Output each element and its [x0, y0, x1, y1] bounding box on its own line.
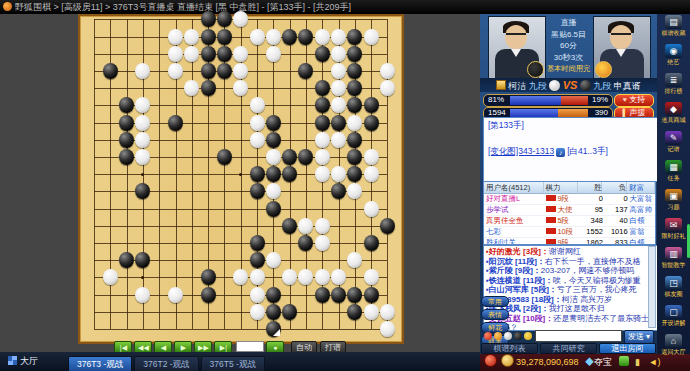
black-stone	[266, 201, 281, 217]
chat-message: ▪阳沉纹 [11段]：右下长一手，直接伸不及格	[486, 257, 657, 267]
chat-user[interactable]: ▪白山河军库 [5段]：	[486, 285, 557, 294]
white-stone	[250, 287, 265, 303]
white-stone	[184, 29, 199, 45]
user-wins: 1552	[578, 227, 603, 237]
black-stone	[347, 80, 362, 96]
white-stone	[266, 46, 281, 62]
lecture-icon: ▢	[665, 305, 682, 319]
white-stone	[250, 29, 265, 45]
sidebar-item-限时好礼[interactable]: ✉限时好礼	[657, 218, 690, 246]
black-stone	[201, 80, 216, 96]
black-stone	[298, 149, 313, 165]
red-pouch-icon[interactable]	[484, 354, 497, 367]
broadcast-label: 直播	[544, 17, 593, 29]
user-name: 七彩	[484, 227, 544, 237]
flag-icon	[546, 206, 556, 212]
white-stone	[315, 166, 330, 182]
black-stone	[364, 97, 379, 113]
sidebar-item-开设讲解[interactable]: ▢开设讲解	[657, 305, 690, 333]
black-player-rank: 九段	[593, 81, 611, 91]
white-stone	[135, 287, 150, 303]
white-stone	[184, 46, 199, 62]
white-stone	[135, 115, 150, 131]
black-stone	[347, 63, 362, 79]
black-stone	[331, 287, 346, 303]
white-stone	[364, 201, 379, 217]
black-stone	[217, 29, 232, 45]
white-stone	[380, 63, 395, 79]
recharge-icon[interactable]	[619, 356, 629, 366]
black-stone	[298, 235, 313, 251]
user-list-header[interactable]: 用户名(4512)棋力胜负财富	[484, 182, 655, 194]
last-move-marker	[273, 329, 280, 336]
user-list-header-2[interactable]: 胜	[578, 182, 603, 193]
chat-input-row: 发送 ▾	[483, 330, 654, 342]
white-player-rank: 九段	[529, 81, 547, 91]
white-stone	[168, 46, 183, 62]
club-badge-icon	[527, 61, 544, 78]
white-stone	[380, 80, 395, 96]
hall-grid-icon	[8, 356, 17, 365]
white-stone	[347, 115, 362, 131]
taskbar-tab-376T2 -观战[interactable]: 376T2 -观战	[134, 356, 198, 371]
black-stone	[201, 46, 216, 62]
grid-line	[94, 312, 387, 313]
black-stone	[266, 321, 281, 337]
white-stone	[315, 29, 330, 45]
black-stone	[298, 63, 313, 79]
white-stone	[331, 29, 346, 45]
star-point	[141, 276, 144, 279]
user-rank: 5段	[544, 216, 578, 226]
black-stone	[217, 149, 232, 165]
sidebar-item-棋谱收藏[interactable]: ▤棋谱收藏	[657, 15, 690, 43]
gem-icon[interactable]: ◆	[585, 357, 594, 367]
black-stone	[201, 269, 216, 285]
black-stone	[266, 132, 281, 148]
white-stone	[364, 29, 379, 45]
shop-icon: ◆	[665, 102, 682, 116]
flag-icon	[546, 228, 556, 234]
black-support-percent: 19%	[592, 95, 608, 105]
chat-message: ▪p53189583 [18段]：柯洁 高兴万岁	[486, 295, 657, 305]
white-stone	[331, 132, 346, 148]
user-name: 胜利过关	[484, 238, 544, 245]
white-stone	[347, 252, 362, 268]
send-button[interactable]: 发送 ▾	[624, 330, 654, 344]
go-board[interactable]	[78, 14, 404, 344]
chat-text-input[interactable]	[535, 330, 622, 342]
white-stone	[282, 269, 297, 285]
sound-icon[interactable]: ♪	[556, 148, 565, 157]
duobao-button[interactable]: 夺宝	[594, 357, 612, 367]
chat-message: ▪白山河军库 [5段]：亏了三百万，我心疼死	[486, 285, 657, 295]
redpacket-icon[interactable]	[484, 332, 492, 340]
chat-box[interactable]: ▪好的激光 [3段]：谢谢网红▪阳沉纹 [11段]：右下长一手，直接伸不及格▪紫…	[483, 245, 660, 331]
black-stone	[364, 115, 379, 131]
black-stone	[266, 115, 281, 131]
panel-tab-共同研究[interactable]: 共同研究	[540, 343, 597, 354]
user-list-header-4[interactable]: 财富	[627, 182, 655, 193]
sidebar-item-返回大厅[interactable]: ⌂返回大厅	[657, 334, 690, 362]
panel-tab-棋谱列表[interactable]: 棋谱列表	[481, 343, 538, 354]
sidebar-item-绝艺[interactable]: ◉绝艺	[657, 44, 690, 72]
heart-icon: ♥	[623, 96, 627, 103]
black-stone	[315, 115, 330, 131]
gold-amount: 39,278,090,698	[516, 357, 579, 367]
sidebar-label: 道具商城	[658, 116, 688, 122]
user-row[interactable]: 好对直播L9段00大富翁	[484, 194, 655, 205]
ranking-icon: ≣	[665, 73, 682, 87]
black-stone	[282, 218, 297, 234]
black-stone	[250, 252, 265, 268]
black-stone	[201, 287, 216, 303]
panel-tab-退出房间[interactable]: 退出房间	[599, 343, 656, 354]
fox-logo-icon	[3, 2, 12, 11]
time-status-label: 基本时间用完	[546, 64, 590, 74]
sidebar-item-棋友圈[interactable]: ◳棋友圈	[657, 276, 690, 304]
black-stone	[119, 97, 134, 113]
black-stone	[103, 63, 118, 79]
black-stone	[315, 97, 330, 113]
players-name-bar: 柯洁 九段VS九段 申真谞	[480, 78, 657, 92]
sidebar-label: 返回大厅	[658, 348, 688, 354]
match-info: 直播 黑贴6.5目 60分 30秒3次 基本时间用完	[544, 17, 593, 77]
title-bar: 野狐围棋 > [高级房11] > 376T3号直播桌 直播结束 [黑 中盘胜] …	[0, 0, 690, 14]
user-rank: 9段	[544, 194, 578, 204]
variation-link[interactable]: [变化图]343-1313	[488, 146, 554, 156]
taskbar-tab-376T3 -观战[interactable]: 376T3 -观战	[68, 356, 132, 371]
puzzle-icon: ▣	[665, 189, 682, 203]
white-stone	[135, 97, 150, 113]
white-stone	[315, 218, 330, 234]
white-stone	[331, 166, 346, 182]
chat-message: ▪受惊五赵 [10段]：还是黄明洁去不了最东骑士战了吗？	[486, 314, 657, 332]
sidebar-label: 记谱	[658, 145, 688, 151]
black-stone	[380, 218, 395, 234]
user-list-header-1[interactable]: 棋力	[544, 182, 578, 193]
black-stone	[282, 149, 297, 165]
white-stone	[266, 183, 281, 199]
white-stone-icon	[549, 80, 560, 91]
white-stone	[331, 46, 346, 62]
quick-chat-button-0[interactable]: 常用	[481, 296, 509, 307]
white-stone	[233, 269, 248, 285]
white-stone	[266, 252, 281, 268]
black-stone	[266, 304, 281, 320]
white-stone	[331, 80, 346, 96]
black-stone	[250, 183, 265, 199]
white-support-percent: 81%	[488, 95, 504, 105]
taskbar-hall-button[interactable]: 大厅	[8, 355, 38, 368]
sidebar: ▤棋谱收藏◉绝艺≣排行榜◆道具商城✎记谱▦任务▣习题✉限时好礼▥智能教学◳棋友圈…	[657, 14, 690, 354]
user-wins: 348	[578, 216, 603, 226]
user-losses: 833	[603, 238, 628, 245]
user-losses: 0	[603, 194, 628, 204]
quick-chat-button-1[interactable]: 表情	[481, 309, 509, 320]
grid-line	[94, 329, 387, 330]
white-stone	[298, 269, 313, 285]
flag-icon	[546, 195, 556, 201]
black-stone	[347, 132, 362, 148]
gift-icon[interactable]	[494, 332, 502, 340]
black-stone	[217, 63, 232, 79]
white-stone	[135, 132, 150, 148]
white-stone-emote-icon[interactable]	[504, 332, 512, 340]
white-stone	[233, 63, 248, 79]
sidebar-item-习题[interactable]: ▣习题	[657, 189, 690, 217]
sidebar-item-排行榜[interactable]: ≣排行榜	[657, 73, 690, 101]
white-stone	[168, 63, 183, 79]
white-stone	[250, 132, 265, 148]
black-stone	[168, 115, 183, 131]
black-stone	[119, 132, 134, 148]
game-info-panel: 直播 黑贴6.5目 60分 30秒3次 基本时间用完 柯洁 九段VS九段 申真谞…	[480, 14, 657, 354]
black-stone	[119, 115, 134, 131]
record-icon: ✎	[665, 131, 682, 145]
byoyomi-label: 30秒3次	[544, 52, 593, 64]
sidebar-label: 排行榜	[658, 87, 688, 93]
sidebar-label: 智能教学	[658, 261, 688, 267]
black-support-count: 390	[595, 108, 608, 118]
task-icon: ▦	[665, 160, 682, 174]
emoji-icon[interactable]	[524, 332, 532, 340]
user-name: 真男佳全鱼	[484, 216, 544, 226]
black-stone	[331, 183, 346, 199]
black-stone	[347, 304, 362, 320]
black-stone	[315, 46, 330, 62]
flag-icon	[546, 217, 556, 223]
grid-line	[94, 226, 387, 227]
chat-message: ▪紫斤陵 [9段]：203-207，网速不够停顿吗	[486, 266, 657, 276]
user-rank: 大使	[544, 205, 578, 215]
chat-message: ▪好的激光 [3段]：谢谢网红	[486, 247, 657, 257]
archive-icon: ▤	[665, 15, 682, 29]
black-stone	[347, 97, 362, 113]
white-stone	[250, 97, 265, 113]
white-stone	[233, 46, 248, 62]
white-player-photo	[488, 16, 546, 80]
white-stone	[298, 218, 313, 234]
black-stone	[315, 287, 330, 303]
white-stone	[331, 63, 346, 79]
chat-user[interactable]: ▪好的激光 [3段]：	[486, 247, 549, 256]
white-stone	[364, 149, 379, 165]
user-name: 步学试	[484, 205, 544, 215]
chat-message: ▪铁连横道 [11段]：唉，今天又输得极为惨重	[486, 276, 657, 286]
black-stone	[119, 149, 134, 165]
black-stone	[282, 29, 297, 45]
user-wins: 0	[578, 194, 603, 204]
black-stone-emote-icon[interactable]	[514, 332, 522, 340]
user-wins: 95	[578, 205, 603, 215]
black-stone	[347, 149, 362, 165]
teach-icon: ▥	[665, 247, 682, 261]
user-wealth: 高富帅	[628, 205, 655, 215]
black-stone	[266, 287, 281, 303]
vs-label: VS	[563, 79, 578, 91]
black-stone	[364, 287, 379, 303]
game-result-box: [第133手] [变化图]343-1313♪[白41..3手]	[483, 117, 658, 182]
black-stone	[201, 11, 216, 27]
white-stone	[315, 132, 330, 148]
sidebar-label: 任务	[658, 174, 688, 180]
user-losses: 137	[603, 205, 628, 215]
user-list-header-3[interactable]: 负	[602, 182, 627, 193]
taskbar: 大厅 376T3 -观战376T2 -观战376T5 -观战	[0, 352, 480, 371]
white-stone	[364, 304, 379, 320]
white-stone	[364, 269, 379, 285]
support-button[interactable]: ♥ 支持	[614, 94, 654, 107]
black-stone	[315, 80, 330, 96]
white-stone	[168, 29, 183, 45]
user-row[interactable]: 七彩10段15521016富翁	[484, 227, 655, 238]
sidebar-item-智能教学[interactable]: ▥智能教学	[657, 247, 690, 275]
white-stone	[380, 304, 395, 320]
user-wealth: 白领	[628, 216, 655, 226]
friends-icon: ◳	[665, 276, 682, 290]
black-stone	[347, 29, 362, 45]
user-row[interactable]: 胜利过关9段1862833白领	[484, 238, 655, 245]
white-stone	[315, 269, 330, 285]
star-point	[239, 173, 242, 176]
black-stone	[250, 235, 265, 251]
white-stone	[364, 166, 379, 182]
user-name: 好对直播L	[484, 194, 544, 204]
black-stone	[347, 287, 362, 303]
variation-tail-label: [白41..3手]	[567, 146, 608, 156]
user-losses: 1016	[603, 227, 628, 237]
chat-user[interactable]: ▪阳沉纹 [11段]：	[486, 257, 545, 266]
black-stone	[217, 11, 232, 27]
white-stone	[250, 269, 265, 285]
white-stone	[266, 29, 281, 45]
black-player-name: 申真谞	[614, 81, 641, 91]
black-stone	[217, 46, 232, 62]
user-rank: 10段	[544, 227, 578, 237]
white-stone	[315, 149, 330, 165]
black-stone	[119, 252, 134, 268]
white-stone	[331, 269, 346, 285]
white-stone	[331, 97, 346, 113]
white-stone	[233, 11, 248, 27]
white-stone	[266, 149, 281, 165]
medal-icon	[496, 80, 506, 90]
sidebar-label: 棋友圈	[658, 290, 688, 296]
black-stone	[364, 235, 379, 251]
cheer-icon: ▌	[622, 109, 627, 116]
white-stone	[168, 287, 183, 303]
white-support-count: 1594	[488, 108, 506, 118]
gold-coin-icon	[501, 354, 514, 367]
user-list[interactable]: 用户名(4512)棋力胜负财富 好对直播L9段00大富翁步学试大使95137高富…	[483, 181, 656, 245]
white-stone	[184, 80, 199, 96]
sidebar-label: 习题	[658, 203, 688, 209]
current-move-label: [第133手]	[488, 120, 657, 132]
user-rank: 9段	[544, 238, 578, 245]
black-stone-icon	[580, 80, 591, 91]
black-stone	[282, 304, 297, 320]
black-stone	[250, 166, 265, 182]
black-stone	[135, 252, 150, 268]
sidebar-label: 棋谱收藏	[658, 29, 688, 35]
black-stone	[347, 46, 362, 62]
support-percent-row: 81% 19% ♥ 支持	[483, 94, 654, 105]
white-stone	[380, 321, 395, 337]
sidebar-label: 绝艺	[658, 58, 688, 64]
jueyi-ai-icon: ◉	[665, 44, 682, 58]
user-losses: 40	[603, 216, 628, 226]
grid-line	[94, 209, 387, 210]
black-stone	[282, 166, 297, 182]
white-stone	[103, 269, 118, 285]
black-stone	[347, 166, 362, 182]
lobby-icon: ⌂	[665, 334, 682, 348]
main-time-label: 60分	[544, 40, 593, 52]
white-stone	[347, 183, 362, 199]
chat-message: ▪张飞栈风 [2段]：我打这是敢不归	[486, 304, 657, 314]
move-number-input[interactable]	[236, 341, 264, 352]
grid-line	[94, 243, 387, 244]
sidebar-item-道具商城[interactable]: ◆道具商城	[657, 102, 690, 130]
taskbar-tab-376T5 -观战[interactable]: 376T5 -观战	[201, 356, 265, 371]
fox-go-client-window: 野狐围棋 > [高级房11] > 376T3号直播桌 直播结束 [黑 中盘胜] …	[0, 0, 690, 371]
user-row[interactable]: 步学试大使95137高富帅	[484, 205, 655, 216]
white-stone	[315, 235, 330, 251]
sidebar-item-记谱[interactable]: ✎记谱	[657, 131, 690, 159]
black-stone	[298, 29, 313, 45]
komi-label: 黑贴6.5目	[544, 29, 593, 41]
black-stone	[201, 63, 216, 79]
user-wealth: 大富翁	[628, 194, 655, 204]
user-wealth: 白领	[628, 238, 655, 245]
chat-user[interactable]: ▪铁连横道 [11段]：	[486, 276, 553, 285]
user-list-header-0[interactable]: 用户名(4512)	[484, 182, 544, 193]
star-point	[141, 173, 144, 176]
white-stone	[135, 149, 150, 165]
chat-scrollbar[interactable]	[648, 246, 656, 328]
chat-user[interactable]: ▪紫斤陵 [9段]：	[486, 266, 541, 275]
white-stone	[250, 304, 265, 320]
support-percent-bar: 81% 19%	[483, 94, 613, 107]
black-stone	[266, 166, 281, 182]
white-stone	[135, 63, 150, 79]
black-player-photo	[593, 16, 651, 80]
gift-icon: ✉	[665, 218, 682, 232]
window-title: 野狐围棋 > [高级房11] > 376T3号直播桌 直播结束 [黑 中盘胜] …	[15, 2, 351, 12]
sidebar-item-任务[interactable]: ▦任务	[657, 160, 690, 188]
white-player-name: 柯洁	[508, 81, 526, 91]
user-wins: 1862	[578, 238, 603, 245]
user-row[interactable]: 真男佳全鱼5段34840白领	[484, 216, 655, 227]
user-wealth: 富翁	[628, 227, 655, 237]
emoji-badge-icon	[595, 61, 612, 78]
black-stone	[331, 115, 346, 131]
white-stone	[250, 115, 265, 131]
sidebar-label: 开设讲解	[658, 319, 688, 325]
white-stone	[233, 80, 248, 96]
black-stone	[201, 29, 216, 45]
black-stone	[135, 183, 150, 199]
sidebar-label: 限时好礼	[658, 232, 688, 238]
